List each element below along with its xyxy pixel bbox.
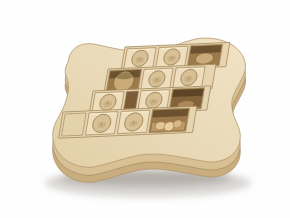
wooden-dog-puzzle-board — [0, 0, 290, 218]
channel-track — [61, 113, 86, 136]
sliding-cover[interactable] — [141, 68, 173, 89]
sliding-cover[interactable] — [124, 48, 156, 69]
treat-compartment-open — [149, 108, 190, 133]
sliding-cover[interactable] — [117, 110, 150, 133]
open-compartment — [106, 69, 142, 92]
open-compartment — [187, 44, 223, 67]
sliding-cover[interactable] — [173, 67, 205, 88]
product-photo-stage — [0, 0, 290, 218]
sliding-cover[interactable] — [85, 112, 118, 135]
sliding-cover[interactable] — [156, 46, 188, 67]
channel-row-4 — [59, 106, 197, 138]
